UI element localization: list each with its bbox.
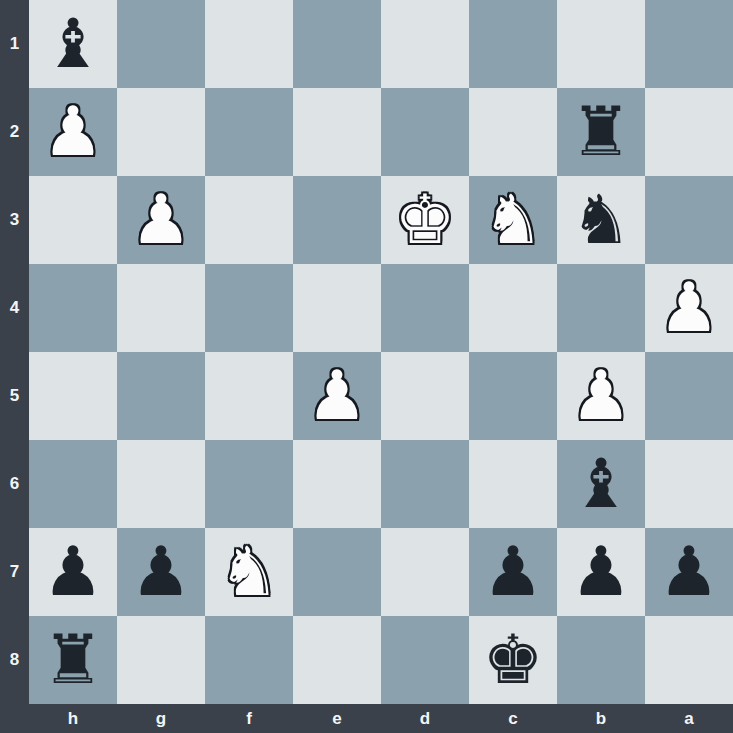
square-b7[interactable]: ♟ xyxy=(557,528,645,616)
rank-label-6: 6 xyxy=(0,440,29,528)
square-g7[interactable]: ♟ xyxy=(117,528,205,616)
black-pawn-piece[interactable]: ♟ xyxy=(483,528,544,616)
square-d5[interactable] xyxy=(381,352,469,440)
square-g2[interactable] xyxy=(117,88,205,176)
black-knight-piece[interactable]: ♞ xyxy=(571,176,632,264)
square-c6[interactable] xyxy=(469,440,557,528)
square-b5[interactable]: ♟ xyxy=(557,352,645,440)
square-h3[interactable] xyxy=(29,176,117,264)
file-label-g: g xyxy=(117,704,205,733)
black-pawn-piece[interactable]: ♟ xyxy=(131,528,192,616)
file-label-f: f xyxy=(205,704,293,733)
square-g8[interactable] xyxy=(117,616,205,704)
rank-label-8: 8 xyxy=(0,616,29,704)
square-b6[interactable]: ♝ xyxy=(557,440,645,528)
square-g1[interactable] xyxy=(117,0,205,88)
square-c3[interactable]: ♞ xyxy=(469,176,557,264)
white-pawn-piece[interactable]: ♟ xyxy=(571,352,632,440)
black-rook-piece[interactable]: ♜ xyxy=(571,88,632,176)
square-e1[interactable] xyxy=(293,0,381,88)
square-f5[interactable] xyxy=(205,352,293,440)
square-a6[interactable] xyxy=(645,440,733,528)
square-a4[interactable]: ♟ xyxy=(645,264,733,352)
file-label-b: b xyxy=(557,704,645,733)
file-label-c: c xyxy=(469,704,557,733)
square-h5[interactable] xyxy=(29,352,117,440)
square-h4[interactable] xyxy=(29,264,117,352)
square-f6[interactable] xyxy=(205,440,293,528)
white-pawn-piece[interactable]: ♟ xyxy=(131,176,192,264)
square-a7[interactable]: ♟ xyxy=(645,528,733,616)
square-g5[interactable] xyxy=(117,352,205,440)
rank-label-1: 1 xyxy=(0,0,29,88)
black-pawn-piece[interactable]: ♟ xyxy=(571,528,632,616)
square-b4[interactable] xyxy=(557,264,645,352)
square-a2[interactable] xyxy=(645,88,733,176)
square-c5[interactable] xyxy=(469,352,557,440)
square-e5[interactable]: ♟ xyxy=(293,352,381,440)
white-knight-piece[interactable]: ♞ xyxy=(483,176,544,264)
square-a3[interactable] xyxy=(645,176,733,264)
square-g6[interactable] xyxy=(117,440,205,528)
rank-label-3: 3 xyxy=(0,176,29,264)
chess-board: 1♝2♟♜3♟♚♞♞4♟5♟♟6♝7♟♟♞♟♟♟8♜♚hgfedcba xyxy=(0,0,733,733)
square-d7[interactable] xyxy=(381,528,469,616)
square-a8[interactable] xyxy=(645,616,733,704)
square-d1[interactable] xyxy=(381,0,469,88)
square-d2[interactable] xyxy=(381,88,469,176)
square-d8[interactable] xyxy=(381,616,469,704)
square-e4[interactable] xyxy=(293,264,381,352)
square-c1[interactable] xyxy=(469,0,557,88)
square-c2[interactable] xyxy=(469,88,557,176)
rank-label-4: 4 xyxy=(0,264,29,352)
black-king-piece[interactable]: ♚ xyxy=(483,616,544,704)
white-pawn-piece[interactable]: ♟ xyxy=(307,352,368,440)
square-c7[interactable]: ♟ xyxy=(469,528,557,616)
square-d6[interactable] xyxy=(381,440,469,528)
square-b8[interactable] xyxy=(557,616,645,704)
square-f8[interactable] xyxy=(205,616,293,704)
board-corner xyxy=(0,704,29,733)
black-bishop-piece[interactable]: ♝ xyxy=(43,0,104,88)
file-label-e: e xyxy=(293,704,381,733)
square-b2[interactable]: ♜ xyxy=(557,88,645,176)
square-e7[interactable] xyxy=(293,528,381,616)
black-bishop-piece[interactable]: ♝ xyxy=(571,440,632,528)
square-g4[interactable] xyxy=(117,264,205,352)
square-a5[interactable] xyxy=(645,352,733,440)
rank-label-7: 7 xyxy=(0,528,29,616)
square-f2[interactable] xyxy=(205,88,293,176)
black-rook-piece[interactable]: ♜ xyxy=(43,616,104,704)
square-d4[interactable] xyxy=(381,264,469,352)
square-f4[interactable] xyxy=(205,264,293,352)
file-label-h: h xyxy=(29,704,117,733)
square-c4[interactable] xyxy=(469,264,557,352)
square-g3[interactable]: ♟ xyxy=(117,176,205,264)
white-king-piece[interactable]: ♚ xyxy=(395,176,456,264)
white-pawn-piece[interactable]: ♟ xyxy=(43,88,104,176)
square-h1[interactable]: ♝ xyxy=(29,0,117,88)
square-b3[interactable]: ♞ xyxy=(557,176,645,264)
square-h2[interactable]: ♟ xyxy=(29,88,117,176)
white-pawn-piece[interactable]: ♟ xyxy=(659,264,720,352)
black-pawn-piece[interactable]: ♟ xyxy=(659,528,720,616)
square-e3[interactable] xyxy=(293,176,381,264)
white-knight-piece[interactable]: ♞ xyxy=(219,528,280,616)
square-a1[interactable] xyxy=(645,0,733,88)
square-h7[interactable]: ♟ xyxy=(29,528,117,616)
rank-label-5: 5 xyxy=(0,352,29,440)
file-label-a: a xyxy=(645,704,733,733)
square-f1[interactable] xyxy=(205,0,293,88)
square-d3[interactable]: ♚ xyxy=(381,176,469,264)
square-f7[interactable]: ♞ xyxy=(205,528,293,616)
file-label-d: d xyxy=(381,704,469,733)
square-c8[interactable]: ♚ xyxy=(469,616,557,704)
square-e8[interactable] xyxy=(293,616,381,704)
black-pawn-piece[interactable]: ♟ xyxy=(43,528,104,616)
square-f3[interactable] xyxy=(205,176,293,264)
square-e2[interactable] xyxy=(293,88,381,176)
square-h6[interactable] xyxy=(29,440,117,528)
square-e6[interactable] xyxy=(293,440,381,528)
square-h8[interactable]: ♜ xyxy=(29,616,117,704)
square-b1[interactable] xyxy=(557,0,645,88)
rank-label-2: 2 xyxy=(0,88,29,176)
